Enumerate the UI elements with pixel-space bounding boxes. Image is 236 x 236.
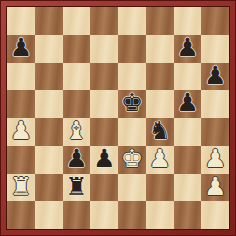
square-a1[interactable] xyxy=(7,201,35,229)
square-b6[interactable] xyxy=(35,63,63,91)
square-e7[interactable] xyxy=(118,35,146,63)
square-e8[interactable] xyxy=(118,7,146,35)
square-e4[interactable] xyxy=(118,118,146,146)
piece-black-pawn[interactable]: ♟ xyxy=(10,35,32,62)
piece-white-pawn[interactable]: ♟ xyxy=(204,174,226,201)
square-f6[interactable] xyxy=(146,63,174,91)
piece-white-pawn[interactable]: ♟ xyxy=(148,146,170,173)
square-g7[interactable]: ♟ xyxy=(174,35,202,63)
piece-black-knight[interactable]: ♞ xyxy=(148,118,170,145)
piece-white-pawn[interactable]: ♟ xyxy=(204,146,226,173)
square-d6[interactable] xyxy=(90,63,118,91)
square-a7[interactable]: ♟ xyxy=(7,35,35,63)
piece-black-pawn[interactable]: ♟ xyxy=(176,90,198,117)
square-c7[interactable] xyxy=(63,35,91,63)
square-c6[interactable] xyxy=(63,63,91,91)
square-c3[interactable]: ♟ xyxy=(63,146,91,174)
square-c1[interactable] xyxy=(63,201,91,229)
square-h7[interactable] xyxy=(201,35,229,63)
piece-black-pawn[interactable]: ♟ xyxy=(65,146,87,173)
square-b8[interactable] xyxy=(35,7,63,35)
square-f3[interactable]: ♟ xyxy=(146,146,174,174)
square-c4[interactable]: ♝ xyxy=(63,118,91,146)
square-b5[interactable] xyxy=(35,90,63,118)
chessboard: ♟♟♟♚♟♟♝♞♟♟♚♟♟♜♜♟ xyxy=(6,6,230,230)
square-f5[interactable] xyxy=(146,90,174,118)
piece-white-rook[interactable]: ♜ xyxy=(10,174,32,201)
square-f4[interactable]: ♞ xyxy=(146,118,174,146)
square-h1[interactable] xyxy=(201,201,229,229)
square-a3[interactable] xyxy=(7,146,35,174)
square-b3[interactable] xyxy=(35,146,63,174)
piece-black-pawn[interactable]: ♟ xyxy=(204,63,226,90)
square-a8[interactable] xyxy=(7,7,35,35)
chessboard-frame: ♟♟♟♚♟♟♝♞♟♟♚♟♟♜♜♟ xyxy=(0,0,236,236)
square-e6[interactable] xyxy=(118,63,146,91)
piece-white-bishop[interactable]: ♝ xyxy=(65,118,87,145)
square-d5[interactable] xyxy=(90,90,118,118)
square-g5[interactable]: ♟ xyxy=(174,90,202,118)
square-d1[interactable] xyxy=(90,201,118,229)
square-b1[interactable] xyxy=(35,201,63,229)
square-d4[interactable] xyxy=(90,118,118,146)
square-a4[interactable]: ♟ xyxy=(7,118,35,146)
square-a2[interactable]: ♜ xyxy=(7,174,35,202)
square-h3[interactable]: ♟ xyxy=(201,146,229,174)
square-f8[interactable] xyxy=(146,7,174,35)
square-b4[interactable] xyxy=(35,118,63,146)
square-d3[interactable]: ♟ xyxy=(90,146,118,174)
square-h4[interactable] xyxy=(201,118,229,146)
piece-white-king[interactable]: ♚ xyxy=(121,146,143,173)
piece-black-pawn[interactable]: ♟ xyxy=(93,146,115,173)
square-a5[interactable] xyxy=(7,90,35,118)
square-g1[interactable] xyxy=(174,201,202,229)
square-g8[interactable] xyxy=(174,7,202,35)
piece-black-king[interactable]: ♚ xyxy=(121,90,143,117)
square-c5[interactable] xyxy=(63,90,91,118)
square-f1[interactable] xyxy=(146,201,174,229)
square-e3[interactable]: ♚ xyxy=(118,146,146,174)
piece-black-pawn[interactable]: ♟ xyxy=(176,35,198,62)
square-d8[interactable] xyxy=(90,7,118,35)
square-g3[interactable] xyxy=(174,146,202,174)
square-e5[interactable]: ♚ xyxy=(118,90,146,118)
square-e1[interactable] xyxy=(118,201,146,229)
square-f7[interactable] xyxy=(146,35,174,63)
square-h6[interactable]: ♟ xyxy=(201,63,229,91)
piece-white-pawn[interactable]: ♟ xyxy=(10,118,32,145)
square-g2[interactable] xyxy=(174,174,202,202)
square-d7[interactable] xyxy=(90,35,118,63)
square-h8[interactable] xyxy=(201,7,229,35)
square-b2[interactable] xyxy=(35,174,63,202)
square-f2[interactable] xyxy=(146,174,174,202)
square-c2[interactable]: ♜ xyxy=(63,174,91,202)
square-g6[interactable] xyxy=(174,63,202,91)
square-e2[interactable] xyxy=(118,174,146,202)
square-d2[interactable] xyxy=(90,174,118,202)
square-h2[interactable]: ♟ xyxy=(201,174,229,202)
square-g4[interactable] xyxy=(174,118,202,146)
square-h5[interactable] xyxy=(201,90,229,118)
square-a6[interactable] xyxy=(7,63,35,91)
piece-black-rook[interactable]: ♜ xyxy=(65,174,87,201)
square-c8[interactable] xyxy=(63,7,91,35)
square-b7[interactable] xyxy=(35,35,63,63)
